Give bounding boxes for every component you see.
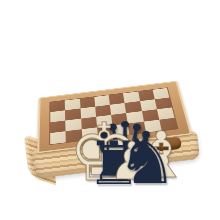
board-square [50,131,66,144]
chess-set-product-photo: ♛♝♚♜♟♞ [0,0,220,220]
black-knight-piece: ♞ [117,126,178,194]
